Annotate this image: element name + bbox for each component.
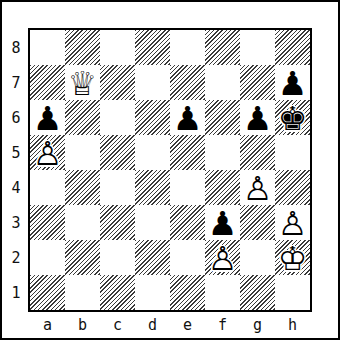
white-queen-glyph: ♕ xyxy=(68,67,98,100)
square-d7[interactable] xyxy=(135,65,170,100)
square-c5[interactable] xyxy=(100,135,135,170)
white-queen: ♛♕ xyxy=(65,65,100,100)
black-king-glyph: ♚ xyxy=(278,102,308,135)
file-label-g: g xyxy=(240,313,275,336)
square-h7[interactable]: ♟♟ xyxy=(275,65,310,100)
file-label-c: c xyxy=(100,313,135,336)
black-pawn-glyph: ♟ xyxy=(208,207,238,240)
black-pawn: ♟♟ xyxy=(275,65,310,100)
black-pawn-glyph: ♟ xyxy=(278,67,308,100)
square-a7[interactable] xyxy=(30,65,65,100)
square-c7[interactable] xyxy=(100,65,135,100)
black-pawn: ♟♟ xyxy=(170,100,205,135)
file-labels: abcdefgh xyxy=(30,313,310,336)
square-b7[interactable]: ♛♕ xyxy=(65,65,100,100)
square-f2[interactable]: ♟♙ xyxy=(205,240,240,275)
square-a5[interactable]: ♟♙ xyxy=(30,135,65,170)
rank-label-5: 5 xyxy=(7,135,25,170)
black-pawn-glyph: ♟ xyxy=(173,102,203,135)
square-b2[interactable] xyxy=(65,240,100,275)
square-g2[interactable] xyxy=(240,240,275,275)
rank-label-4: 4 xyxy=(7,170,25,205)
square-h4[interactable] xyxy=(275,170,310,205)
square-g5[interactable] xyxy=(240,135,275,170)
black-pawn: ♟♟ xyxy=(30,100,65,135)
square-a1[interactable] xyxy=(30,275,65,310)
square-a4[interactable] xyxy=(30,170,65,205)
white-king: ♚♔ xyxy=(275,240,310,275)
square-a3[interactable] xyxy=(30,205,65,240)
file-label-e: e xyxy=(170,313,205,336)
white-pawn: ♟♙ xyxy=(275,205,310,240)
square-f4[interactable] xyxy=(205,170,240,205)
square-h8[interactable] xyxy=(275,30,310,65)
white-pawn-glyph: ♙ xyxy=(278,207,308,240)
square-d2[interactable] xyxy=(135,240,170,275)
white-king-glyph: ♔ xyxy=(278,242,308,275)
square-a8[interactable] xyxy=(30,30,65,65)
white-pawn-glyph: ♙ xyxy=(243,172,273,205)
rank-label-2: 2 xyxy=(7,240,25,275)
square-c1[interactable] xyxy=(100,275,135,310)
square-a2[interactable] xyxy=(30,240,65,275)
square-e3[interactable] xyxy=(170,205,205,240)
square-f5[interactable] xyxy=(205,135,240,170)
square-f7[interactable] xyxy=(205,65,240,100)
white-pawn-glyph: ♙ xyxy=(208,242,238,275)
chess-board: ♛♕♟♟♟♟♟♟♟♟♚♚♟♙♟♙♟♟♟♙♟♙♚♔ xyxy=(28,28,312,312)
square-e6[interactable]: ♟♟ xyxy=(170,100,205,135)
file-label-f: f xyxy=(205,313,240,336)
black-pawn-glyph: ♟ xyxy=(243,102,273,135)
file-label-h: h xyxy=(275,313,310,336)
square-b5[interactable] xyxy=(65,135,100,170)
square-g3[interactable] xyxy=(240,205,275,240)
square-e4[interactable] xyxy=(170,170,205,205)
square-h3[interactable]: ♟♙ xyxy=(275,205,310,240)
black-pawn: ♟♟ xyxy=(240,100,275,135)
square-e7[interactable] xyxy=(170,65,205,100)
square-d8[interactable] xyxy=(135,30,170,65)
square-c8[interactable] xyxy=(100,30,135,65)
square-b8[interactable] xyxy=(65,30,100,65)
square-f6[interactable] xyxy=(205,100,240,135)
square-d5[interactable] xyxy=(135,135,170,170)
square-e2[interactable] xyxy=(170,240,205,275)
square-a6[interactable]: ♟♟ xyxy=(30,100,65,135)
square-e1[interactable] xyxy=(170,275,205,310)
rank-label-8: 8 xyxy=(7,30,25,65)
square-h1[interactable] xyxy=(275,275,310,310)
rank-label-6: 6 xyxy=(7,100,25,135)
file-label-d: d xyxy=(135,313,170,336)
file-label-a: a xyxy=(30,313,65,336)
square-g1[interactable] xyxy=(240,275,275,310)
square-f3[interactable]: ♟♟ xyxy=(205,205,240,240)
rank-label-7: 7 xyxy=(7,65,25,100)
square-c6[interactable] xyxy=(100,100,135,135)
square-h2[interactable]: ♚♔ xyxy=(275,240,310,275)
white-pawn: ♟♙ xyxy=(240,170,275,205)
black-pawn-glyph: ♟ xyxy=(33,102,63,135)
square-b3[interactable] xyxy=(65,205,100,240)
chess-diagram: 87654321 ♛♕♟♟♟♟♟♟♟♟♚♚♟♙♟♙♟♟♟♙♟♙♚♔ abcdef… xyxy=(0,0,340,340)
square-h5[interactable] xyxy=(275,135,310,170)
white-pawn-glyph: ♙ xyxy=(33,137,63,170)
square-b4[interactable] xyxy=(65,170,100,205)
black-king: ♚♚ xyxy=(275,100,310,135)
square-c2[interactable] xyxy=(100,240,135,275)
square-d1[interactable] xyxy=(135,275,170,310)
rank-labels: 87654321 xyxy=(7,30,25,310)
square-h6[interactable]: ♚♚ xyxy=(275,100,310,135)
square-g6[interactable]: ♟♟ xyxy=(240,100,275,135)
rank-label-3: 3 xyxy=(7,205,25,240)
square-b6[interactable] xyxy=(65,100,100,135)
rank-label-1: 1 xyxy=(7,275,25,310)
file-label-b: b xyxy=(65,313,100,336)
white-pawn: ♟♙ xyxy=(205,240,240,275)
square-g4[interactable]: ♟♙ xyxy=(240,170,275,205)
square-g7[interactable] xyxy=(240,65,275,100)
white-pawn: ♟♙ xyxy=(30,135,65,170)
square-c4[interactable] xyxy=(100,170,135,205)
square-d6[interactable] xyxy=(135,100,170,135)
black-pawn: ♟♟ xyxy=(205,205,240,240)
square-f8[interactable] xyxy=(205,30,240,65)
square-c3[interactable] xyxy=(100,205,135,240)
square-d4[interactable] xyxy=(135,170,170,205)
square-d3[interactable] xyxy=(135,205,170,240)
square-g8[interactable] xyxy=(240,30,275,65)
square-b1[interactable] xyxy=(65,275,100,310)
square-e5[interactable] xyxy=(170,135,205,170)
square-e8[interactable] xyxy=(170,30,205,65)
square-f1[interactable] xyxy=(205,275,240,310)
